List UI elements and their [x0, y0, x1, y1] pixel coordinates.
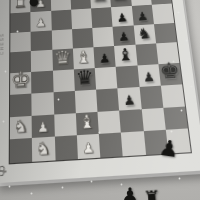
square-a7[interactable] [143, 130, 168, 155]
square-c5[interactable] [96, 88, 119, 111]
square-c3[interactable] [53, 91, 75, 114]
square-f5[interactable] [92, 26, 114, 47]
square-d2[interactable] [31, 71, 53, 94]
piece-black-r-h5[interactable]: ♜ [91, 0, 110, 6]
square-b4[interactable]: ♝ [76, 111, 99, 135]
square-a1[interactable] [10, 138, 33, 163]
square-f2[interactable] [31, 30, 52, 51]
square-a8[interactable] [166, 129, 191, 154]
piece-black-r-h6[interactable]: ♜ [111, 0, 130, 4]
piece-black-p-f6[interactable]: ♟ [118, 31, 130, 44]
piece-black-p-g6[interactable]: ♟ [116, 11, 128, 23]
board-logo-crown-icon: ♔ [0, 164, 10, 179]
board-margin-text: CHESS [0, 32, 5, 55]
piece-white-n-a2[interactable]: ♞ [36, 140, 51, 158]
square-g2[interactable]: ♟ [31, 11, 52, 32]
square-a2[interactable]: ♞ [32, 137, 55, 162]
square-b6[interactable] [119, 109, 143, 133]
square-e3[interactable]: ♛ [52, 49, 74, 71]
piece-white-p-b2[interactable]: ♟ [37, 120, 49, 134]
piece-white-p-g2[interactable]: ♟ [35, 16, 46, 28]
square-b2[interactable]: ♟ [32, 114, 55, 138]
piece-white-p-h2[interactable]: ♟ [35, 0, 46, 9]
square-c7[interactable] [139, 85, 163, 108]
square-e7[interactable] [135, 44, 158, 66]
square-g7[interactable]: ♟ [131, 5, 153, 26]
square-f8[interactable] [154, 23, 177, 44]
square-b3[interactable] [54, 113, 77, 137]
square-g4[interactable] [71, 8, 92, 29]
square-d8[interactable]: ♚ [158, 63, 182, 86]
piece-white-b-b4[interactable]: ♝ [78, 112, 96, 132]
piece-black-k-d8[interactable]: ♚ [159, 60, 181, 83]
piece-white-q-e3[interactable]: ♛ [53, 48, 71, 68]
piece-white-b-e4[interactable]: ♝ [75, 48, 92, 66]
square-a4[interactable]: ♟ [77, 134, 101, 159]
square-c4[interactable] [75, 89, 98, 112]
square-g3[interactable] [51, 9, 72, 30]
piece-black-p-c6[interactable]: ♟ [123, 93, 136, 107]
piece-black-p-d7[interactable]: ♟ [142, 70, 155, 83]
photo-stage: CHESS ♔ ♜♟♜♜♟♟♟♟♞♛♝♟♝♚♛♟♚♟♞♟♝♞♟ ♟♟♜● [0, 0, 200, 200]
square-g1[interactable] [10, 12, 30, 33]
square-a3[interactable] [54, 135, 77, 160]
square-a5[interactable] [99, 133, 123, 158]
square-b5[interactable] [97, 110, 121, 134]
square-d6[interactable] [116, 65, 139, 88]
square-e6[interactable]: ♝ [114, 45, 137, 67]
square-d5[interactable] [95, 67, 118, 90]
square-c8[interactable] [161, 84, 185, 107]
square-c1[interactable] [10, 93, 32, 116]
square-c2[interactable] [32, 92, 54, 115]
square-c6[interactable]: ♟ [118, 87, 142, 110]
square-d3[interactable] [52, 69, 74, 92]
square-g6[interactable]: ♟ [111, 6, 133, 27]
piece-black-n-f7[interactable]: ♞ [137, 26, 152, 41]
piece-white-k-d1[interactable]: ♚ [11, 69, 31, 92]
piece-black-p-e5[interactable]: ♟ [99, 52, 111, 65]
square-d7[interactable]: ♟ [137, 64, 161, 87]
piece-black-p-g7[interactable]: ♟ [136, 10, 148, 22]
square-f7[interactable]: ♞ [133, 24, 156, 45]
square-d4[interactable]: ♛ [74, 68, 96, 91]
square-f1[interactable] [10, 31, 31, 52]
square-b8[interactable] [163, 106, 188, 130]
square-a6[interactable] [121, 131, 145, 156]
chess-board: CHESS ♔ ♜♟♜♜♟♟♟♟♞♛♝♟♝♚♛♟♚♟♞♟♝♞♟ [0, 0, 200, 183]
piece-white-r-h1[interactable]: ♜ [14, 0, 28, 10]
square-b1[interactable]: ♞ [10, 115, 32, 139]
square-g5[interactable] [91, 7, 113, 28]
square-b7[interactable] [141, 107, 165, 131]
square-e5[interactable]: ♟ [93, 46, 115, 68]
playing-area-grid: ♜♟♜♜♟♟♟♟♞♛♝♟♝♚♛♟♚♟♞♟♝♞♟ [9, 0, 192, 164]
square-e2[interactable] [31, 50, 52, 72]
piece-white-p-a4[interactable]: ♟ [82, 141, 95, 156]
square-g8[interactable] [152, 3, 175, 23]
square-d1[interactable]: ♚ [10, 72, 31, 95]
piece-black-b-e6[interactable]: ♝ [117, 46, 134, 64]
piece-black-q-d4[interactable]: ♛ [75, 67, 94, 88]
piece-white-n-b1[interactable]: ♞ [14, 118, 29, 136]
